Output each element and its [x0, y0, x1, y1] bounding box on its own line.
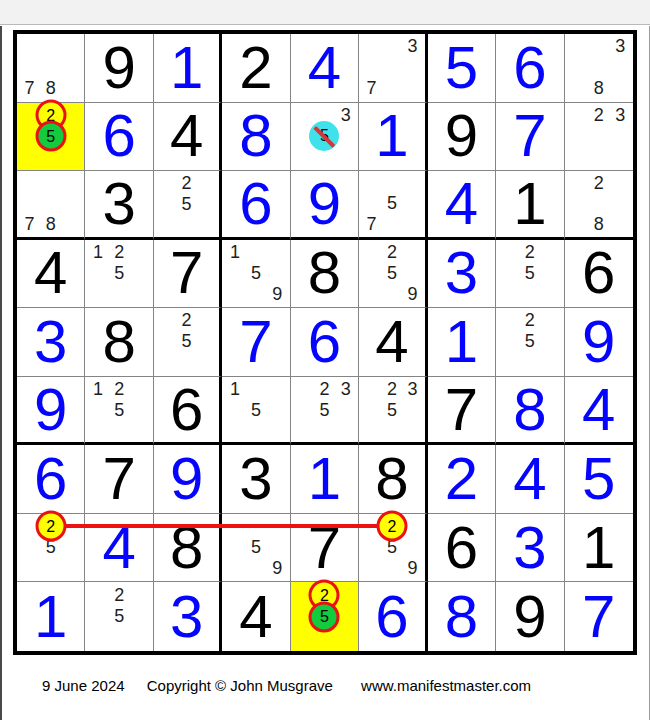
circled-candidate-5: 5 — [309, 601, 340, 632]
cell-r2c8[interactable]: 7 — [496, 103, 564, 172]
footer-website: www.manifestmaster.com — [361, 677, 531, 694]
solved-digit: 3 — [445, 243, 478, 303]
elimination-strike — [314, 126, 336, 148]
solved-digit: 6 — [239, 174, 272, 234]
candidate-digit: 2 — [519, 310, 540, 331]
cell-r4c7[interactable]: 3 — [428, 240, 496, 309]
given-digit: 4 — [375, 312, 408, 372]
solved-digit: 6 — [102, 106, 135, 166]
solved-digit: 6 — [308, 312, 341, 372]
solved-digit: 2 — [445, 449, 478, 509]
candidate-digit: 3 — [610, 36, 631, 57]
candidate-grid: 25 — [498, 242, 561, 306]
candidate-digit: 1 — [87, 242, 108, 263]
cell-r9c7[interactable]: 8 — [428, 582, 496, 651]
window-edge-left — [0, 26, 2, 720]
given-digit: 4 — [239, 587, 272, 647]
candidate-slot: 5 — [314, 606, 335, 628]
sudoku-board: 7891243756382564835197237832569574128412… — [13, 30, 637, 655]
candidate-slot: 5 — [40, 126, 61, 147]
candidate-digit: 7 — [19, 78, 40, 99]
solved-digit: 1 — [375, 106, 408, 166]
cell-r6c4[interactable]: 15 — [222, 377, 290, 446]
cell-r5c4[interactable]: 7 — [222, 308, 290, 377]
solved-digit: 1 — [170, 38, 203, 98]
cell-r3c4[interactable]: 6 — [222, 171, 290, 240]
solved-digit: 1 — [445, 312, 478, 372]
solved-digit: 8 — [239, 106, 272, 166]
candidate-digit: 9 — [267, 284, 288, 305]
solved-digit: 1 — [308, 449, 341, 509]
candidate-digit: 5 — [176, 331, 196, 352]
candidate-grid: 159 — [224, 242, 287, 306]
solved-digit: 3 — [513, 518, 546, 578]
given-digit: 6 — [170, 380, 203, 440]
cell-r5c8[interactable]: 25 — [496, 308, 564, 377]
candidate-digit: 1 — [87, 379, 108, 400]
cell-r4c4[interactable]: 159 — [222, 240, 290, 309]
candidate-digit: 2 — [176, 173, 196, 194]
candidate-digit: 5 — [176, 194, 196, 215]
cell-r9c9[interactable]: 7 — [565, 582, 633, 651]
cell-r3c6[interactable]: 57 — [359, 171, 427, 240]
candidate-grid: 25 — [498, 310, 561, 374]
cell-r9c1[interactable]: 1 — [17, 582, 85, 651]
cell-r4c1[interactable]: 4 — [17, 240, 85, 309]
cell-r2c4[interactable]: 8 — [222, 103, 290, 172]
candidate-grid: 235 — [293, 379, 356, 441]
candidate-digit: 5 — [519, 331, 540, 352]
eliminated-candidate-5: 5 — [309, 121, 339, 151]
cell-r4c6[interactable]: 259 — [359, 240, 427, 309]
candidate-digit: 9 — [267, 558, 288, 579]
cell-r5c5[interactable]: 6 — [291, 308, 359, 377]
given-digit: 1 — [513, 174, 546, 234]
given-digit: 6 — [445, 518, 478, 578]
cell-r3c7[interactable]: 4 — [428, 171, 496, 240]
cell-r3c5[interactable]: 9 — [291, 171, 359, 240]
cell-r3c3[interactable]: 25 — [154, 171, 222, 240]
solved-digit: 4 — [513, 449, 546, 509]
given-digit: 3 — [102, 174, 135, 234]
cell-r6c3[interactable]: 6 — [154, 377, 222, 446]
given-digit: 4 — [170, 106, 203, 166]
cell-r5c9[interactable]: 9 — [565, 308, 633, 377]
cell-r1c3[interactable]: 1 — [154, 34, 222, 103]
solved-digit: 9 — [308, 174, 341, 234]
solved-digit: 8 — [445, 587, 478, 647]
cell-r9c5[interactable]: 25 — [291, 582, 359, 651]
candidate-digit: 8 — [40, 78, 61, 99]
candidate-grid: 25 — [19, 105, 82, 169]
chain-endpoint-2: 2 — [376, 511, 407, 542]
cell-r1c1[interactable]: 78 — [17, 34, 85, 103]
cell-r5c3[interactable]: 25 — [154, 308, 222, 377]
candidate-grid: 15 — [224, 379, 287, 441]
footer-date: 9 June 2024 — [42, 677, 125, 694]
candidate-digit: 8 — [588, 214, 609, 235]
cell-r1c7[interactable]: 5 — [428, 34, 496, 103]
cell-r4c9[interactable]: 6 — [565, 240, 633, 309]
chain-endpoint-2: 2 — [35, 511, 66, 542]
candidate-slot: 2 — [382, 516, 402, 537]
cell-r2c1[interactable]: 25 — [17, 103, 85, 172]
cell-r8c7[interactable]: 6 — [428, 514, 496, 583]
solved-digit: 7 — [582, 587, 615, 647]
candidate-digit: 5 — [382, 193, 402, 214]
cell-r4c8[interactable]: 25 — [496, 240, 564, 309]
candidate-digit: 9 — [402, 284, 422, 305]
cell-r7c5[interactable]: 1 — [291, 445, 359, 514]
candidate-grid: 78 — [19, 173, 82, 235]
cell-r1c2[interactable]: 9 — [85, 34, 153, 103]
candidate-grid: 125 — [87, 242, 150, 306]
cell-r3c8[interactable]: 1 — [496, 171, 564, 240]
candidate-digit: 5 — [109, 400, 130, 421]
cell-r6c2[interactable]: 125 — [85, 377, 153, 446]
candidate-grid: 259 — [361, 242, 422, 306]
candidate-grid: 25 — [156, 310, 217, 374]
candidate-digit: 2 — [109, 379, 130, 400]
solved-digit: 6 — [34, 449, 67, 509]
solved-digit: 4 — [308, 38, 341, 98]
given-digit: 3 — [239, 449, 272, 509]
given-digit: 4 — [34, 243, 67, 303]
cell-r2c6[interactable]: 1 — [359, 103, 427, 172]
candidate-grid: 25 — [87, 584, 150, 649]
solved-digit: 6 — [375, 587, 408, 647]
cell-r8c9[interactable]: 1 — [565, 514, 633, 583]
cell-r4c3[interactable]: 7 — [154, 240, 222, 309]
candidate-digit: 8 — [40, 214, 61, 235]
candidate-grid: 35 — [293, 105, 356, 169]
solved-digit: 3 — [170, 587, 203, 647]
cell-r7c4[interactable]: 3 — [222, 445, 290, 514]
candidate-digit: 3 — [610, 105, 631, 126]
given-digit: 9 — [102, 38, 135, 98]
cell-r3c2[interactable]: 3 — [85, 171, 153, 240]
cell-r1c8[interactable]: 6 — [496, 34, 564, 103]
cell-r7c7[interactable]: 2 — [428, 445, 496, 514]
candidate-digit: 2 — [519, 242, 540, 263]
cell-r2c2[interactable]: 6 — [85, 103, 153, 172]
candidate-grid: 38 — [567, 36, 631, 100]
cell-r1c4[interactable]: 2 — [222, 34, 290, 103]
candidate-digit: 5 — [314, 400, 335, 421]
cell-r6c7[interactable]: 7 — [428, 377, 496, 446]
cell-r5c6[interactable]: 4 — [359, 308, 427, 377]
given-digit: 1 — [582, 518, 615, 578]
cell-r6c6[interactable]: 235 — [359, 377, 427, 446]
cell-r7c1[interactable]: 6 — [17, 445, 85, 514]
candidate-digit: 3 — [402, 379, 422, 400]
chain-link-line — [64, 524, 378, 528]
candidate-digit: 7 — [361, 78, 381, 99]
solved-digit: 5 — [445, 38, 478, 98]
cell-r6c8[interactable]: 8 — [496, 377, 564, 446]
given-digit: 7 — [102, 449, 135, 509]
candidate-digit: 2 — [588, 105, 609, 126]
footer-copyright: Copyright © John Musgrave — [147, 677, 333, 694]
candidate-grid: 235 — [361, 379, 422, 441]
given-digit: 2 — [239, 38, 272, 98]
candidate-digit: 3 — [402, 36, 422, 57]
candidate-digit: 8 — [588, 78, 609, 99]
candidate-slot: 5 — [314, 126, 335, 147]
candidate-digit: 2 — [109, 584, 130, 606]
cell-r7c8[interactable]: 4 — [496, 445, 564, 514]
candidate-digit: 5 — [245, 537, 266, 558]
cell-r7c2[interactable]: 7 — [85, 445, 153, 514]
candidate-grid: 57 — [361, 173, 422, 235]
candidate-grid: 25 — [156, 173, 217, 235]
footer: 9 June 2024 Copyright © John Musgrave ww… — [42, 677, 531, 694]
candidate-digit: 5 — [245, 263, 266, 284]
given-digit: 8 — [375, 449, 408, 509]
solved-digit: 4 — [445, 174, 478, 234]
cell-r9c4[interactable]: 4 — [222, 582, 290, 651]
window-titlebar — [0, 0, 650, 25]
given-digit: 9 — [445, 106, 478, 166]
cell-r9c3[interactable]: 3 — [154, 582, 222, 651]
cell-r7c6[interactable]: 8 — [359, 445, 427, 514]
cell-r5c2[interactable]: 8 — [85, 308, 153, 377]
given-digit: 7 — [170, 243, 203, 303]
cell-r6c5[interactable]: 235 — [291, 377, 359, 446]
cell-r9c6[interactable]: 6 — [359, 582, 427, 651]
given-digit: 8 — [102, 312, 135, 372]
given-digit: 7 — [445, 380, 478, 440]
candidate-digit: 1 — [224, 379, 245, 400]
candidate-grid: 25 — [293, 584, 356, 649]
cell-r1c5[interactable]: 4 — [291, 34, 359, 103]
cell-r6c9[interactable]: 4 — [565, 377, 633, 446]
solved-digit: 8 — [513, 380, 546, 440]
cell-r7c3[interactable]: 9 — [154, 445, 222, 514]
candidate-slot: 2 — [40, 516, 61, 537]
candidate-grid: 78 — [19, 36, 82, 100]
candidate-digit: 2 — [382, 242, 402, 263]
candidate-digit: 3 — [335, 379, 356, 400]
cell-r1c9[interactable]: 38 — [565, 34, 633, 103]
solved-digit: 7 — [239, 312, 272, 372]
cell-r2c7[interactable]: 9 — [428, 103, 496, 172]
cell-r9c2[interactable]: 25 — [85, 582, 153, 651]
solved-digit: 3 — [34, 312, 67, 372]
cell-r3c9[interactable]: 28 — [565, 171, 633, 240]
solved-digit: 1 — [34, 587, 67, 647]
candidate-digit: 7 — [19, 214, 40, 235]
candidate-grid: 23 — [567, 105, 631, 169]
cell-r5c1[interactable]: 3 — [17, 308, 85, 377]
solved-digit: 6 — [513, 38, 546, 98]
solved-digit: 5 — [582, 449, 615, 509]
cell-r1c6[interactable]: 37 — [359, 34, 427, 103]
cell-r6c1[interactable]: 9 — [17, 377, 85, 446]
cell-r3c1[interactable]: 78 — [17, 171, 85, 240]
candidate-digit: 9 — [402, 558, 422, 579]
candidate-digit: 3 — [335, 105, 356, 126]
candidate-digit: 5 — [109, 606, 130, 628]
cell-r8c8[interactable]: 3 — [496, 514, 564, 583]
candidate-digit: 5 — [245, 400, 266, 421]
given-digit: 6 — [582, 243, 615, 303]
given-digit: 8 — [308, 243, 341, 303]
cell-r4c2[interactable]: 125 — [85, 240, 153, 309]
candidate-digit: 5 — [382, 400, 402, 421]
solved-digit: 4 — [582, 380, 615, 440]
cell-r7c9[interactable]: 5 — [565, 445, 633, 514]
cell-r5c7[interactable]: 1 — [428, 308, 496, 377]
candidate-digit: 5 — [382, 263, 402, 284]
candidate-digit: 7 — [361, 214, 381, 235]
candidate-digit: 2 — [588, 173, 609, 194]
candidate-digit: 1 — [224, 242, 245, 263]
solved-digit: 7 — [513, 106, 546, 166]
candidate-digit: 2 — [109, 242, 130, 263]
candidate-digit: 2 — [314, 379, 335, 400]
candidate-digit: 2 — [382, 379, 402, 400]
cell-r2c3[interactable]: 4 — [154, 103, 222, 172]
circled-candidate-5: 5 — [35, 121, 66, 152]
solved-digit: 9 — [170, 449, 203, 509]
cell-r4c5[interactable]: 8 — [291, 240, 359, 309]
candidate-digit: 2 — [176, 310, 196, 331]
solved-digit: 9 — [34, 380, 67, 440]
cell-r2c5[interactable]: 35 — [291, 103, 359, 172]
candidate-digit: 5 — [109, 263, 130, 284]
candidate-grid: 37 — [361, 36, 422, 100]
given-digit: 9 — [513, 587, 546, 647]
candidate-grid: 28 — [567, 173, 631, 235]
cell-r2c9[interactable]: 23 — [565, 103, 633, 172]
candidate-grid: 125 — [87, 379, 150, 441]
candidate-digit: 5 — [519, 263, 540, 284]
solved-digit: 9 — [582, 312, 615, 372]
cell-r9c8[interactable]: 9 — [496, 582, 564, 651]
